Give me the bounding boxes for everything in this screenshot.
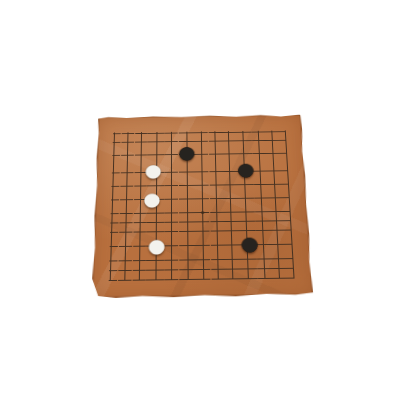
intersection-F8[interactable] — [178, 189, 196, 207]
intersection-J7[interactable] — [224, 207, 238, 216]
intersection-B10[interactable] — [120, 163, 134, 181]
intersection-B11[interactable] — [121, 146, 135, 164]
intersection-N10[interactable] — [280, 161, 295, 179]
intersection-A10[interactable] — [107, 164, 121, 182]
intersection-N13[interactable] — [278, 127, 292, 136]
intersection-F9[interactable] — [178, 180, 195, 189]
intersection-G8[interactable] — [196, 189, 210, 207]
intersection-A3[interactable] — [104, 256, 118, 266]
intersection-D6[interactable] — [147, 217, 165, 227]
intersection-L8[interactable] — [254, 188, 269, 206]
intersection-E6[interactable] — [165, 217, 179, 226]
intersection-G2[interactable] — [197, 264, 211, 274]
intersection-H8[interactable] — [209, 189, 223, 207]
intersection-E13[interactable] — [165, 128, 178, 137]
intersection-E9[interactable] — [165, 181, 179, 190]
intersection-E7[interactable] — [165, 208, 179, 217]
intersection-J9[interactable] — [223, 180, 237, 189]
intersection-N8[interactable] — [281, 188, 296, 206]
intersection-E11[interactable] — [165, 145, 179, 163]
white-stone: ● — [143, 190, 161, 208]
intersection-A12[interactable] — [108, 138, 122, 147]
intersection-F5[interactable] — [179, 226, 197, 236]
intersection-F1[interactable] — [179, 274, 197, 284]
intersection-C1[interactable] — [132, 275, 146, 285]
intersection-F13[interactable] — [178, 128, 195, 137]
intersection-J3[interactable] — [225, 254, 239, 264]
intersection-H7[interactable] — [210, 207, 224, 216]
intersection-K2[interactable] — [239, 263, 257, 273]
intersection-E4[interactable] — [165, 236, 179, 255]
intersection-B2[interactable] — [118, 265, 132, 275]
intersection-B5[interactable] — [119, 227, 133, 237]
intersection-K10[interactable]: ● — [236, 162, 254, 180]
intersection-M9[interactable] — [267, 179, 281, 188]
intersection-D2[interactable] — [146, 265, 164, 275]
intersection-H9[interactable] — [209, 180, 223, 189]
intersection-F3[interactable] — [179, 255, 197, 265]
intersection-E12[interactable] — [165, 137, 178, 146]
white-stone: ● — [148, 236, 166, 255]
intersection-A5[interactable] — [105, 227, 119, 237]
intersection-H11[interactable] — [209, 145, 223, 163]
intersection-D12[interactable] — [148, 137, 165, 146]
intersection-A1[interactable] — [103, 275, 118, 285]
intersection-L11[interactable] — [252, 144, 266, 162]
intersection-G11[interactable] — [195, 145, 209, 163]
intersection-G10[interactable] — [195, 162, 209, 180]
intersection-M11[interactable] — [266, 144, 280, 162]
intersection-H2[interactable] — [211, 264, 225, 274]
intersection-D10[interactable]: ● — [148, 163, 165, 181]
intersection-H3[interactable] — [211, 254, 225, 264]
intersection-K12[interactable] — [235, 136, 252, 145]
intersection-A13[interactable] — [108, 129, 122, 138]
intersection-G4[interactable] — [196, 235, 210, 254]
intersection-E2[interactable] — [165, 264, 179, 274]
intersection-C6[interactable] — [133, 217, 147, 226]
intersection-L1[interactable] — [258, 273, 273, 283]
intersection-E1[interactable] — [165, 274, 179, 284]
intersection-A8[interactable] — [106, 190, 120, 208]
intersection-J1[interactable] — [225, 273, 240, 283]
intersection-C2[interactable] — [132, 265, 146, 275]
intersection-J12[interactable] — [222, 136, 236, 145]
intersection-F11[interactable]: ● — [178, 145, 195, 163]
intersection-B9[interactable] — [120, 181, 134, 190]
intersection-M2[interactable] — [271, 263, 286, 273]
intersection-B13[interactable] — [121, 129, 134, 138]
intersection-H13[interactable] — [208, 128, 221, 137]
intersection-L2[interactable] — [257, 263, 272, 273]
intersection-K13[interactable] — [235, 127, 252, 136]
intersection-N4[interactable] — [284, 234, 299, 253]
goban-grid: ●●●●●● — [103, 127, 301, 285]
intersection-J8[interactable] — [223, 189, 237, 207]
intersection-B6[interactable] — [119, 218, 133, 227]
intersection-C5[interactable] — [133, 227, 147, 237]
intersection-E5[interactable] — [165, 226, 179, 236]
star-point — [201, 211, 204, 214]
intersection-M4[interactable] — [270, 234, 285, 253]
intersection-K9[interactable] — [237, 180, 255, 189]
intersection-G1[interactable] — [197, 274, 211, 284]
intersection-N12[interactable] — [279, 135, 293, 144]
intersection-E8[interactable] — [165, 190, 179, 208]
intersection-K7[interactable] — [237, 207, 255, 216]
white-stone: ● — [145, 161, 162, 179]
intersection-M3[interactable] — [271, 253, 286, 263]
intersection-C13[interactable] — [135, 129, 148, 138]
intersection-M13[interactable] — [265, 127, 279, 136]
intersection-G7[interactable] — [196, 207, 210, 216]
black-stone: ● — [178, 144, 195, 162]
intersection-J11[interactable] — [222, 145, 236, 163]
intersection-J2[interactable] — [225, 264, 240, 274]
intersection-K1[interactable] — [240, 273, 258, 283]
intersection-M6[interactable] — [269, 216, 283, 225]
intersection-H10[interactable] — [209, 162, 223, 180]
intersection-F10[interactable] — [178, 163, 195, 181]
intersection-N3[interactable] — [285, 253, 300, 263]
intersection-M7[interactable] — [269, 206, 283, 215]
intersection-L12[interactable] — [252, 136, 266, 145]
intersection-L7[interactable] — [255, 207, 269, 216]
intersection-C12[interactable] — [135, 137, 148, 146]
intersection-M5[interactable] — [270, 225, 284, 235]
intersection-B4[interactable] — [118, 236, 132, 255]
intersection-L3[interactable] — [257, 254, 272, 264]
intersection-F7[interactable] — [179, 208, 197, 217]
intersection-N11[interactable] — [279, 144, 293, 162]
intersection-A7[interactable] — [105, 209, 119, 218]
intersection-N7[interactable] — [282, 206, 296, 215]
intersection-A2[interactable] — [104, 265, 118, 275]
intersection-G13[interactable] — [195, 128, 208, 137]
intersection-F6[interactable] — [179, 217, 197, 227]
intersection-N5[interactable] — [284, 225, 298, 235]
intersection-N9[interactable] — [281, 179, 295, 188]
intersection-K4[interactable]: ● — [238, 235, 257, 254]
intersection-A11[interactable] — [107, 146, 121, 164]
intersection-D4[interactable]: ● — [147, 236, 165, 255]
intersection-J6[interactable] — [224, 216, 238, 225]
intersection-M8[interactable] — [268, 188, 283, 206]
intersection-L10[interactable] — [253, 162, 267, 180]
intersection-L6[interactable] — [255, 216, 269, 225]
intersection-A9[interactable] — [106, 181, 120, 190]
intersection-B8[interactable] — [120, 190, 134, 208]
intersection-G9[interactable] — [196, 180, 210, 189]
intersection-J13[interactable] — [222, 128, 236, 137]
intersection-K6[interactable] — [238, 216, 256, 226]
intersection-A6[interactable] — [105, 218, 119, 227]
intersection-G3[interactable] — [197, 254, 211, 264]
intersection-K8[interactable] — [237, 189, 255, 207]
black-stone: ● — [237, 160, 255, 178]
intersection-H12[interactable] — [208, 136, 222, 145]
product-photo-background: ●●●●●● — [0, 0, 400, 400]
intersection-B1[interactable] — [118, 275, 133, 285]
intersection-E10[interactable] — [165, 163, 179, 181]
intersection-L9[interactable] — [254, 179, 268, 188]
intersection-K3[interactable] — [239, 254, 257, 264]
intersection-B12[interactable] — [121, 137, 135, 146]
intersection-J4[interactable] — [224, 235, 239, 254]
intersection-D8[interactable]: ● — [147, 190, 165, 208]
intersection-N1[interactable] — [286, 273, 301, 283]
intersection-J5[interactable] — [224, 226, 238, 236]
intersection-H5[interactable] — [210, 226, 224, 236]
intersection-M12[interactable] — [265, 136, 279, 145]
intersection-H6[interactable] — [210, 216, 224, 225]
go-board: ●●●●●● — [91, 114, 313, 298]
intersection-A4[interactable] — [104, 236, 119, 255]
intersection-G12[interactable] — [195, 136, 208, 145]
intersection-N2[interactable] — [286, 263, 301, 273]
intersection-C4[interactable] — [133, 236, 147, 255]
intersection-D13[interactable] — [148, 129, 165, 138]
intersection-J10[interactable] — [222, 162, 236, 180]
intersection-N6[interactable] — [283, 215, 297, 224]
intersection-H4[interactable] — [210, 235, 224, 254]
intersection-G6[interactable] — [196, 217, 210, 226]
intersection-F4[interactable] — [179, 235, 197, 254]
black-stone: ● — [240, 234, 259, 253]
intersection-F2[interactable] — [179, 264, 197, 274]
intersection-M10[interactable] — [267, 162, 281, 180]
intersection-B3[interactable] — [118, 255, 132, 265]
intersection-H1[interactable] — [211, 274, 226, 284]
intersection-C3[interactable] — [132, 255, 146, 265]
intersection-L13[interactable] — [252, 127, 266, 136]
intersection-E3[interactable] — [165, 255, 179, 265]
intersection-B7[interactable] — [119, 208, 133, 217]
intersection-D1[interactable] — [146, 274, 164, 284]
leather-go-mat: ●●●●●● — [91, 114, 313, 298]
intersection-M1[interactable] — [272, 273, 287, 283]
intersection-G5[interactable] — [196, 226, 210, 236]
